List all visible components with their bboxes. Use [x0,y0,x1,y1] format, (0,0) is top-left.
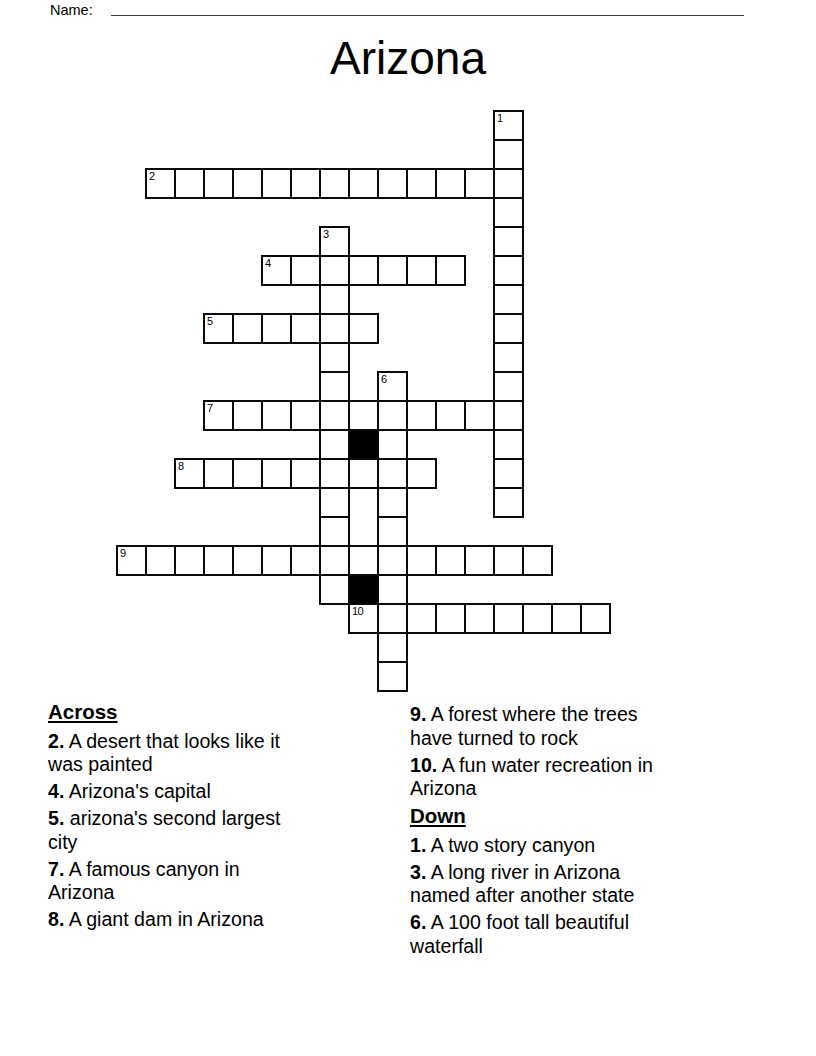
cell-r16-c14[interactable] [493,545,524,576]
cell-r18-c11[interactable] [406,603,437,634]
down-clues: 1. A two story canyon3. A long river in … [410,834,718,959]
clue-across-9: 9. A forest where the trees have turned … [410,703,718,750]
cell-r16-c7[interactable] [290,545,321,576]
cell-r16-c15[interactable] [522,545,553,576]
clue-text: arizona's second largest city [48,807,280,853]
cell-r8-c9[interactable] [348,313,379,344]
clue-number: 6. [410,911,426,933]
cell-r16-c11[interactable] [406,545,437,576]
cell-r10-c10[interactable]: 6 [377,371,408,402]
cell-r3-c2[interactable]: 2 [145,168,176,199]
cell-r17-c10[interactable] [377,574,408,605]
cell-r11-c8[interactable] [319,400,350,431]
cell-r6-c14[interactable] [493,255,524,286]
clue-down-1: 1. A two story canyon [410,834,718,858]
cell-r3-c11[interactable] [406,168,437,199]
clues-column-left: Across 2. A desert that looks like it wa… [48,700,348,935]
cell-r20-c10[interactable] [377,661,408,692]
crossword-worksheet: { "game": "crossword", "header": { "name… [0,0,816,1056]
cell-r15-c10[interactable] [377,516,408,547]
cell-r8-c4[interactable]: 5 [203,313,234,344]
cell-r10-c8[interactable] [319,371,350,402]
clue-number: 9. [410,703,426,725]
cell-r5-c14[interactable] [493,226,524,257]
cell-r18-c13[interactable] [464,603,495,634]
clue-number: 1. [410,834,426,856]
across-header: Across [48,700,348,724]
cell-r6-c12[interactable] [435,255,466,286]
cell-r6-c11[interactable] [406,255,437,286]
cell-r16-c13[interactable] [464,545,495,576]
across-clues-right: 9. A forest where the trees have turned … [410,703,718,801]
clue-number: 4. [48,780,64,802]
cell-r3-c9[interactable] [348,168,379,199]
cell-r12-c14[interactable] [493,429,524,460]
clue-text: A forest where the trees have turned to … [410,703,638,749]
cell-r6-c10[interactable] [377,255,408,286]
cell-r11-c5[interactable] [232,400,263,431]
cell-r3-c13[interactable] [464,168,495,199]
cell-r12-c8[interactable] [319,429,350,460]
cell-r13-c11[interactable] [406,458,437,489]
clue-text: Arizona's capital [69,780,211,802]
cell-r18-c12[interactable] [435,603,466,634]
clue-across-2: 2. A desert that looks like it was paint… [48,730,348,777]
cell-number-2: 2 [149,170,155,182]
cell-r13-c6[interactable] [261,458,292,489]
cell-r16-c6[interactable] [261,545,292,576]
cell-r16-c12[interactable] [435,545,466,576]
clue-across-5: 5. arizona's second largest city [48,807,348,854]
cell-r18-c10[interactable] [377,603,408,634]
cell-r16-c10[interactable] [377,545,408,576]
cell-number-6: 6 [381,373,387,385]
cell-r2-c14[interactable] [493,139,524,170]
cell-r3-c4[interactable] [203,168,234,199]
clues-column-right: 9. A forest where the trees have turned … [410,703,718,962]
cell-r15-c8[interactable] [319,516,350,547]
cell-r13-c9[interactable] [348,458,379,489]
cell-r3-c8[interactable] [319,168,350,199]
cell-r8-c5[interactable] [232,313,263,344]
cell-r11-c9[interactable] [348,400,379,431]
cell-r11-c7[interactable] [290,400,321,431]
cell-r11-c6[interactable] [261,400,292,431]
clue-text: A famous canyon in Arizona [48,858,240,904]
cell-r16-c5[interactable] [232,545,263,576]
cell-r11-c10[interactable] [377,400,408,431]
cell-r16-c9[interactable] [348,545,379,576]
cell-number-4: 4 [265,257,271,269]
clue-down-6: 6. A 100 foot tall beautiful waterfall [410,911,718,958]
clue-text: A giant dam in Arizona [69,908,264,930]
cell-r4-c14[interactable] [493,197,524,228]
cell-r11-c14[interactable] [493,400,524,431]
cell-r9-c14[interactable] [493,342,524,373]
cell-number-3: 3 [323,228,329,240]
down-header: Down [410,804,718,828]
cell-r16-c2[interactable] [145,545,176,576]
cell-number-5: 5 [207,315,213,327]
cell-r3-c3[interactable] [174,168,205,199]
cell-r17-c8[interactable] [319,574,350,605]
cell-number-1: 1 [497,112,503,124]
cell-r8-c14[interactable] [493,313,524,344]
cell-r3-c12[interactable] [435,168,466,199]
cell-r10-c14[interactable] [493,371,524,402]
cell-r3-c6[interactable] [261,168,292,199]
cell-r13-c14[interactable] [493,458,524,489]
cell-r9-c8[interactable] [319,342,350,373]
cell-r11-c4[interactable]: 7 [203,400,234,431]
cell-r14-c10[interactable] [377,487,408,518]
cell-r16-c1[interactable]: 9 [116,545,147,576]
cell-r11-c13[interactable] [464,400,495,431]
clue-text: A two story canyon [431,834,595,856]
black-cell-r17-c9 [348,574,379,605]
clue-number: 2. [48,730,64,752]
cell-r5-c8[interactable]: 3 [319,226,350,257]
across-clues-left: 2. A desert that looks like it was paint… [48,730,348,932]
cell-r18-c9[interactable]: 10 [348,603,379,634]
cell-r13-c8[interactable] [319,458,350,489]
cell-r3-c7[interactable] [290,168,321,199]
cell-r14-c8[interactable] [319,487,350,518]
cell-r3-c5[interactable] [232,168,263,199]
cell-r11-c11[interactable] [406,400,437,431]
cell-r14-c14[interactable] [493,487,524,518]
cell-r1-c14[interactable]: 1 [493,110,524,141]
cell-r6-c7[interactable] [290,255,321,286]
cell-number-7: 7 [207,402,213,414]
cell-number-10: 10 [352,605,363,617]
cell-number-8: 8 [178,460,184,472]
cell-r16-c4[interactable] [203,545,234,576]
black-cell-r12-c9 [348,429,379,460]
clue-number: 8. [48,908,64,930]
cell-r18-c17[interactable] [580,603,611,634]
cell-r18-c14[interactable] [493,603,524,634]
cell-r13-c10[interactable] [377,458,408,489]
cell-r16-c3[interactable] [174,545,205,576]
clue-number: 7. [48,858,64,880]
clue-across-8: 8. A giant dam in Arizona [48,908,348,932]
clue-text: A long river in Arizona named after anot… [410,861,634,907]
cell-r8-c8[interactable] [319,313,350,344]
cell-r11-c12[interactable] [435,400,466,431]
cell-number-9: 9 [120,547,126,559]
cell-r6-c8[interactable] [319,255,350,286]
clue-across-10: 10. A fun water recreation in Arizona [410,754,718,801]
clue-across-4: 4. Arizona's capital [48,780,348,804]
clue-number: 5. [48,807,64,829]
cell-r12-c10[interactable] [377,429,408,460]
cell-r19-c10[interactable] [377,632,408,663]
clue-across-7: 7. A famous canyon in Arizona [48,858,348,905]
clue-text: A 100 foot tall beautiful waterfall [410,911,629,957]
cell-r13-c4[interactable] [203,458,234,489]
cell-r6-c6[interactable]: 4 [261,255,292,286]
cell-r18-c16[interactable] [551,603,582,634]
cell-r18-c15[interactable] [522,603,553,634]
clue-number: 3. [410,861,426,883]
cell-r16-c8[interactable] [319,545,350,576]
cell-r3-c10[interactable] [377,168,408,199]
clue-text: A desert that looks like it was painted [48,730,280,776]
cell-r8-c7[interactable] [290,313,321,344]
cell-r13-c7[interactable] [290,458,321,489]
cell-r8-c6[interactable] [261,313,292,344]
cell-r7-c8[interactable] [319,284,350,315]
clue-number: 10. [410,754,437,776]
cell-r7-c14[interactable] [493,284,524,315]
cell-r3-c14[interactable] [493,168,524,199]
cell-r13-c5[interactable] [232,458,263,489]
clue-down-3: 3. A long river in Arizona named after a… [410,861,718,908]
cell-r6-c9[interactable] [348,255,379,286]
clue-text: A fun water recreation in Arizona [410,754,653,800]
cell-r13-c3[interactable]: 8 [174,458,205,489]
